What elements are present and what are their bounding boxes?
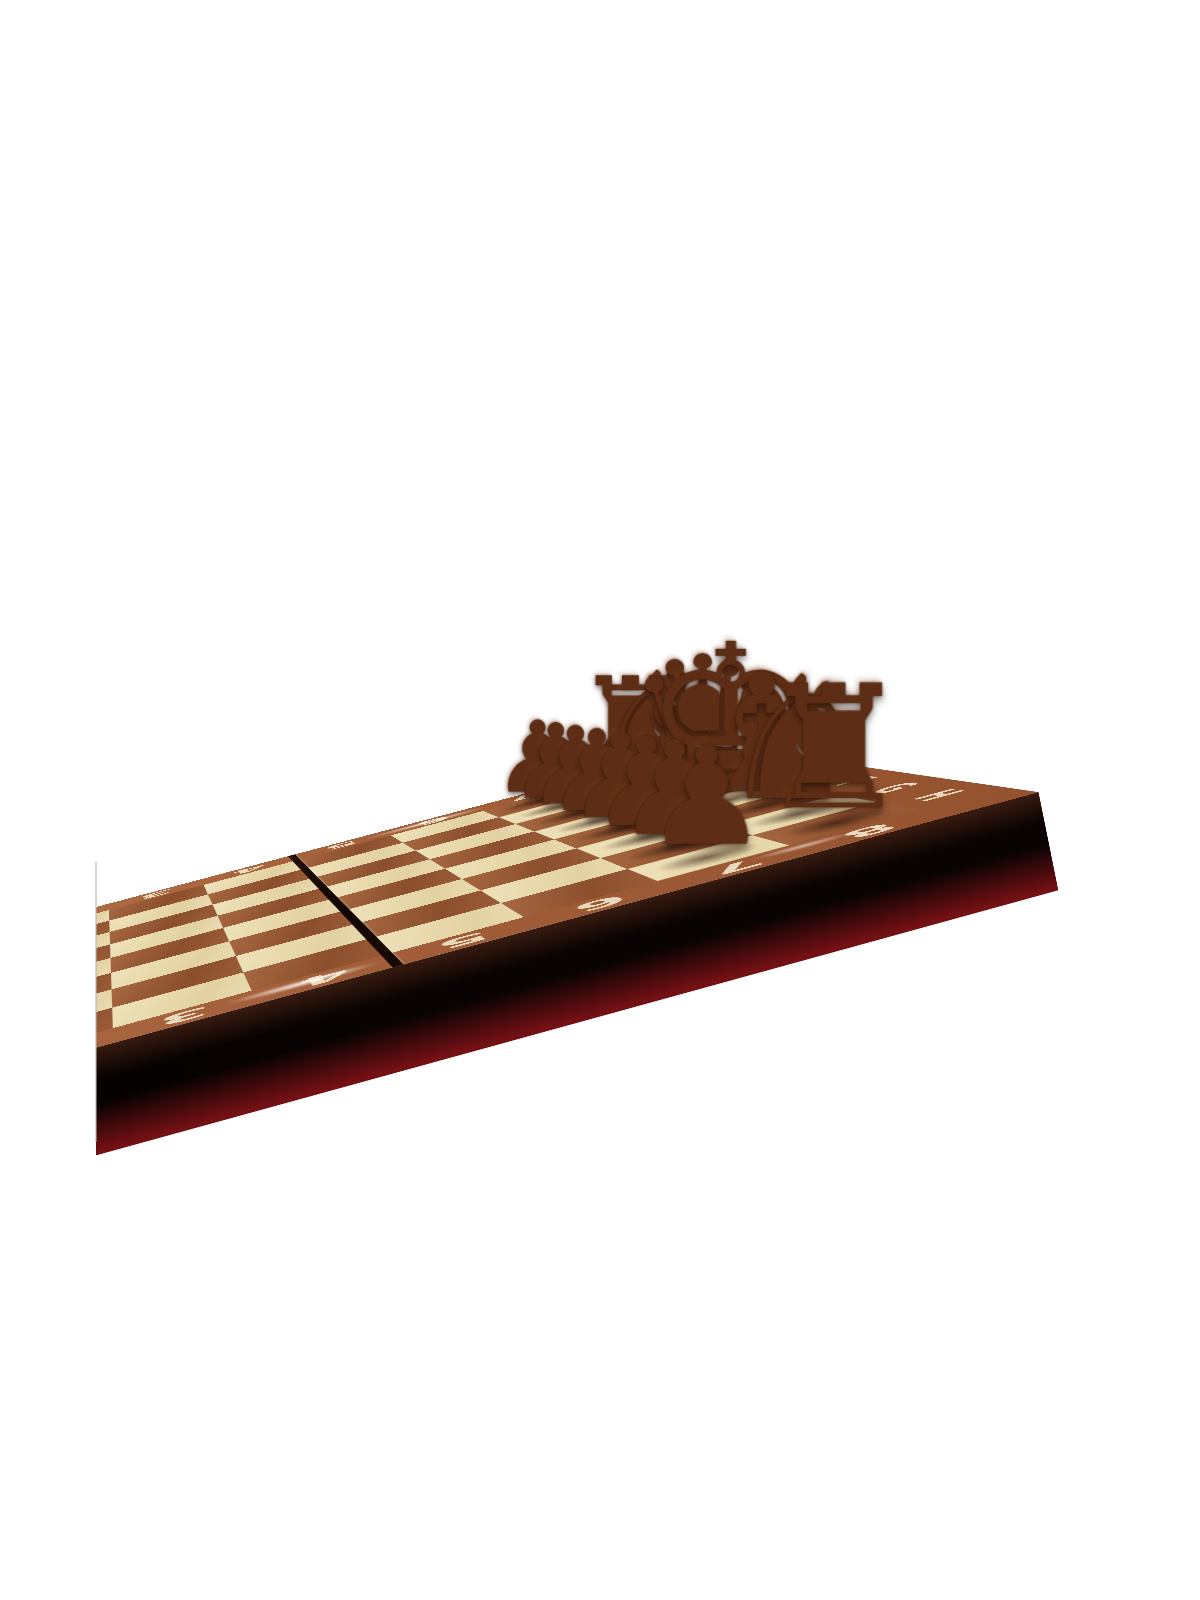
square-b6 (403, 817, 516, 850)
rank-label-3: 3 (109, 879, 204, 910)
black-pawn-glyph: ♟ (645, 728, 768, 865)
square-c6 (416, 824, 535, 859)
left-crop-seam (95, 862, 97, 1142)
camera-roll-wrapper: ♟♜♟♞♟♝♟♛♟♚♟♝♟♞♟♜ 12345678 12345678 ABCDE… (0, 0, 1200, 1600)
square-a5 (298, 835, 403, 868)
square-d3 (110, 916, 223, 958)
square-b5 (306, 843, 416, 878)
square-a6 (391, 811, 499, 843)
rank-label-6: 6 (384, 807, 484, 835)
black-rook-glyph: ♜ (757, 662, 910, 833)
square-b4 (208, 868, 315, 904)
square-c4 (213, 877, 325, 915)
chess-board: ♟♜♟♞♟♝♟♛♟♚♟♝♟♞♟♜ 12345678 12345678 ABCDE… (0, 745, 1039, 1149)
square-c3 (110, 905, 218, 945)
rank-label-7: 7 (474, 783, 575, 810)
left-photo-crop (0, 0, 96, 1600)
rank-label-4: 4 (201, 855, 298, 885)
square-b3 (109, 894, 212, 932)
perspective-wrapper: ♟♜♟♞♟♝♟♛♟♚♟♝♟♞♟♜ 12345678 12345678 ABCDE… (0, 0, 1200, 1600)
gloss-reflection (361, 805, 493, 841)
photo-background: ♟♜♟♞♟♝♟♛♟♚♟♝♟♞♟♜ 12345678 12345678 ABCDE… (0, 0, 1200, 1600)
square-d4 (218, 887, 335, 928)
square-a4 (204, 860, 306, 894)
square-c5 (315, 851, 430, 888)
square-a3 (109, 885, 208, 921)
rank-label-5: 5 (293, 831, 391, 860)
